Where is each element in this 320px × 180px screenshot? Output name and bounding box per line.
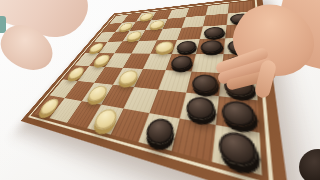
photo-stage — [0, 0, 320, 180]
offboard-dark-piece[interactable] — [299, 149, 320, 180]
